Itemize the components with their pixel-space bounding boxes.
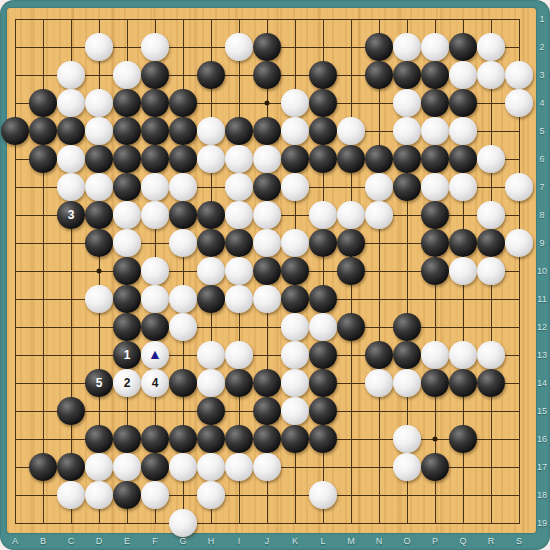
black-stone[interactable] — [281, 145, 309, 173]
star-point — [433, 437, 438, 442]
black-stone[interactable] — [477, 369, 505, 397]
black-stone[interactable] — [393, 173, 421, 201]
white-stone[interactable]: ▲ — [141, 341, 169, 369]
black-stone[interactable] — [365, 61, 393, 89]
white-stone[interactable] — [393, 117, 421, 145]
white-stone[interactable] — [141, 285, 169, 313]
row-label: 11 — [537, 294, 546, 304]
black-stone[interactable] — [85, 425, 113, 453]
black-stone[interactable] — [309, 285, 337, 313]
white-stone[interactable] — [309, 201, 337, 229]
white-stone[interactable] — [85, 481, 113, 509]
white-stone[interactable] — [281, 229, 309, 257]
white-stone[interactable] — [393, 425, 421, 453]
white-stone[interactable] — [141, 201, 169, 229]
black-stone[interactable] — [253, 425, 281, 453]
black-stone[interactable] — [281, 425, 309, 453]
white-stone[interactable] — [365, 201, 393, 229]
white-stone[interactable] — [57, 61, 85, 89]
black-stone[interactable]: 5 — [85, 369, 113, 397]
row-label: 7 — [539, 182, 544, 192]
black-stone[interactable] — [113, 285, 141, 313]
row-label: 15 — [537, 406, 547, 416]
black-stone[interactable] — [253, 117, 281, 145]
move-number-label: 2 — [124, 377, 131, 389]
white-stone[interactable] — [225, 33, 253, 61]
white-stone[interactable] — [337, 201, 365, 229]
white-stone[interactable] — [477, 61, 505, 89]
column-label: E — [124, 536, 130, 546]
column-label: M — [347, 536, 355, 546]
row-label: 19 — [537, 518, 547, 528]
black-stone[interactable] — [309, 145, 337, 173]
white-stone[interactable] — [505, 89, 533, 117]
white-stone[interactable] — [309, 481, 337, 509]
white-stone[interactable] — [113, 229, 141, 257]
move-number-label: 3 — [68, 209, 75, 221]
white-stone[interactable] — [197, 481, 225, 509]
black-stone[interactable] — [449, 145, 477, 173]
black-stone[interactable] — [421, 61, 449, 89]
column-label: L — [320, 536, 325, 546]
black-stone[interactable] — [421, 89, 449, 117]
black-stone[interactable] — [113, 257, 141, 285]
white-stone[interactable] — [169, 313, 197, 341]
grid-line-horizontal — [15, 523, 520, 524]
white-stone[interactable] — [169, 229, 197, 257]
grid-line-vertical — [379, 19, 380, 524]
black-stone[interactable] — [449, 229, 477, 257]
black-stone[interactable] — [113, 145, 141, 173]
white-stone[interactable] — [85, 89, 113, 117]
black-stone[interactable] — [113, 89, 141, 117]
white-stone[interactable] — [253, 285, 281, 313]
black-stone[interactable] — [449, 369, 477, 397]
white-stone[interactable] — [365, 369, 393, 397]
black-stone[interactable] — [57, 397, 85, 425]
column-label: I — [238, 536, 241, 546]
white-stone[interactable] — [197, 453, 225, 481]
black-stone[interactable]: 1 — [113, 341, 141, 369]
row-label: 4 — [539, 98, 544, 108]
black-stone[interactable] — [113, 173, 141, 201]
black-stone[interactable] — [29, 453, 57, 481]
black-stone[interactable] — [309, 89, 337, 117]
white-stone[interactable] — [169, 285, 197, 313]
black-stone[interactable] — [113, 425, 141, 453]
black-stone[interactable] — [225, 229, 253, 257]
black-stone[interactable] — [393, 61, 421, 89]
black-stone[interactable] — [57, 117, 85, 145]
white-stone[interactable] — [449, 257, 477, 285]
white-stone[interactable] — [253, 201, 281, 229]
white-stone[interactable] — [197, 117, 225, 145]
black-stone[interactable] — [141, 117, 169, 145]
black-stone[interactable] — [141, 453, 169, 481]
black-stone[interactable] — [421, 201, 449, 229]
white-stone[interactable] — [85, 173, 113, 201]
white-stone[interactable] — [57, 145, 85, 173]
white-stone[interactable] — [449, 61, 477, 89]
row-label: 18 — [537, 490, 547, 500]
white-stone[interactable] — [449, 117, 477, 145]
black-stone[interactable] — [113, 117, 141, 145]
white-stone[interactable] — [477, 341, 505, 369]
row-label: 5 — [539, 126, 544, 136]
black-stone[interactable] — [225, 117, 253, 145]
column-label: F — [152, 536, 158, 546]
white-stone[interactable] — [393, 33, 421, 61]
row-label: 2 — [539, 42, 544, 52]
black-stone[interactable] — [337, 229, 365, 257]
white-stone[interactable] — [393, 89, 421, 117]
white-stone[interactable] — [57, 481, 85, 509]
black-stone[interactable] — [253, 33, 281, 61]
black-stone[interactable] — [393, 145, 421, 173]
column-label: G — [179, 536, 186, 546]
black-stone[interactable] — [477, 229, 505, 257]
white-stone[interactable] — [421, 117, 449, 145]
black-stone[interactable] — [197, 397, 225, 425]
black-stone[interactable] — [197, 285, 225, 313]
move-number-label: 4 — [152, 377, 159, 389]
black-stone[interactable] — [393, 341, 421, 369]
black-stone[interactable] — [85, 145, 113, 173]
white-stone[interactable] — [141, 257, 169, 285]
black-stone[interactable] — [169, 201, 197, 229]
white-stone[interactable] — [421, 173, 449, 201]
black-stone[interactable] — [169, 145, 197, 173]
white-stone[interactable] — [477, 201, 505, 229]
column-label: K — [292, 536, 298, 546]
move-number-label: 5 — [96, 377, 103, 389]
column-label: S — [516, 536, 522, 546]
black-stone[interactable] — [29, 145, 57, 173]
black-stone[interactable] — [253, 173, 281, 201]
black-stone[interactable] — [85, 229, 113, 257]
row-label: 10 — [537, 266, 547, 276]
row-label: 9 — [539, 238, 544, 248]
column-label: H — [208, 536, 215, 546]
white-stone[interactable] — [225, 257, 253, 285]
column-label: Q — [459, 536, 466, 546]
black-stone[interactable] — [253, 61, 281, 89]
row-label: 8 — [539, 210, 544, 220]
black-stone[interactable] — [1, 117, 29, 145]
white-stone[interactable] — [449, 173, 477, 201]
black-stone[interactable] — [169, 117, 197, 145]
column-label: C — [68, 536, 75, 546]
white-stone[interactable] — [197, 369, 225, 397]
white-stone[interactable]: 2 — [113, 369, 141, 397]
white-stone[interactable] — [505, 173, 533, 201]
black-stone[interactable] — [141, 313, 169, 341]
black-stone[interactable] — [169, 89, 197, 117]
black-stone[interactable] — [169, 369, 197, 397]
black-stone[interactable] — [29, 89, 57, 117]
black-stone[interactable] — [225, 369, 253, 397]
black-stone[interactable] — [225, 425, 253, 453]
black-stone[interactable] — [29, 117, 57, 145]
white-stone[interactable] — [197, 257, 225, 285]
column-label: N — [376, 536, 383, 546]
white-stone[interactable] — [57, 173, 85, 201]
white-stone[interactable] — [505, 229, 533, 257]
black-stone[interactable] — [421, 229, 449, 257]
black-stone[interactable] — [197, 61, 225, 89]
white-stone[interactable] — [225, 453, 253, 481]
black-stone[interactable] — [113, 481, 141, 509]
white-stone[interactable] — [253, 229, 281, 257]
column-label: O — [403, 536, 410, 546]
black-stone[interactable] — [309, 341, 337, 369]
column-label: P — [432, 536, 438, 546]
black-stone[interactable] — [141, 145, 169, 173]
white-stone[interactable] — [253, 453, 281, 481]
black-stone[interactable] — [309, 61, 337, 89]
white-stone[interactable] — [141, 481, 169, 509]
black-stone[interactable] — [141, 89, 169, 117]
white-stone[interactable] — [141, 173, 169, 201]
white-stone[interactable] — [141, 33, 169, 61]
black-stone[interactable] — [253, 369, 281, 397]
white-stone[interactable] — [337, 117, 365, 145]
white-stone[interactable] — [281, 397, 309, 425]
black-stone[interactable] — [449, 89, 477, 117]
black-stone[interactable] — [85, 201, 113, 229]
row-label: 3 — [539, 70, 544, 80]
row-label: 16 — [537, 434, 547, 444]
black-stone[interactable] — [253, 257, 281, 285]
black-stone[interactable] — [309, 369, 337, 397]
row-label: 12 — [537, 322, 547, 332]
black-stone[interactable] — [393, 313, 421, 341]
row-label: 13 — [537, 350, 547, 360]
white-stone[interactable] — [225, 341, 253, 369]
white-stone[interactable] — [169, 173, 197, 201]
black-stone[interactable] — [309, 229, 337, 257]
white-stone[interactable] — [85, 33, 113, 61]
white-stone[interactable] — [85, 117, 113, 145]
white-stone[interactable] — [113, 453, 141, 481]
black-stone[interactable] — [309, 425, 337, 453]
white-stone[interactable] — [281, 173, 309, 201]
black-stone[interactable] — [169, 425, 197, 453]
black-stone[interactable] — [113, 313, 141, 341]
column-label: A — [12, 536, 18, 546]
black-stone[interactable] — [197, 201, 225, 229]
grid-line-horizontal — [15, 327, 520, 328]
white-stone[interactable] — [281, 313, 309, 341]
black-stone[interactable] — [337, 257, 365, 285]
white-stone[interactable] — [309, 313, 337, 341]
black-stone[interactable] — [309, 397, 337, 425]
column-label: D — [96, 536, 103, 546]
white-stone[interactable] — [393, 369, 421, 397]
white-stone[interactable] — [169, 453, 197, 481]
white-stone[interactable] — [421, 341, 449, 369]
black-stone[interactable] — [281, 257, 309, 285]
black-stone[interactable] — [365, 341, 393, 369]
white-stone[interactable] — [449, 341, 477, 369]
white-stone[interactable] — [505, 61, 533, 89]
star-point — [97, 269, 102, 274]
row-label: 6 — [539, 154, 544, 164]
white-stone[interactable] — [421, 33, 449, 61]
white-stone[interactable] — [365, 173, 393, 201]
black-stone[interactable] — [449, 33, 477, 61]
black-stone[interactable] — [421, 257, 449, 285]
white-stone[interactable] — [253, 145, 281, 173]
white-stone[interactable] — [477, 33, 505, 61]
white-stone[interactable]: 4 — [141, 369, 169, 397]
black-stone[interactable] — [449, 425, 477, 453]
black-stone[interactable] — [141, 61, 169, 89]
white-stone[interactable] — [477, 257, 505, 285]
white-stone[interactable] — [113, 61, 141, 89]
black-stone[interactable]: 3 — [57, 201, 85, 229]
white-stone[interactable] — [169, 509, 197, 537]
black-stone[interactable] — [421, 369, 449, 397]
black-stone[interactable] — [337, 313, 365, 341]
white-stone[interactable] — [85, 285, 113, 313]
white-stone[interactable] — [85, 453, 113, 481]
white-stone[interactable] — [225, 173, 253, 201]
black-stone[interactable] — [421, 453, 449, 481]
white-stone[interactable] — [225, 285, 253, 313]
black-stone[interactable] — [197, 425, 225, 453]
row-label: 14 — [537, 378, 547, 388]
white-stone[interactable] — [281, 117, 309, 145]
white-stone[interactable] — [57, 89, 85, 117]
black-stone[interactable] — [365, 33, 393, 61]
black-stone[interactable] — [309, 117, 337, 145]
black-stone[interactable] — [365, 145, 393, 173]
column-label: R — [488, 536, 495, 546]
black-stone[interactable] — [253, 397, 281, 425]
row-label: 1 — [539, 14, 544, 24]
white-stone[interactable] — [197, 341, 225, 369]
white-stone[interactable] — [225, 145, 253, 173]
white-stone[interactable] — [477, 145, 505, 173]
column-label: B — [40, 536, 46, 546]
triangle-marker: ▲ — [148, 347, 162, 361]
column-label: J — [265, 536, 270, 546]
row-label: 17 — [537, 462, 547, 472]
move-number-label: 1 — [124, 349, 131, 361]
white-stone[interactable] — [197, 145, 225, 173]
black-stone[interactable] — [281, 285, 309, 313]
star-point — [265, 101, 270, 106]
white-stone[interactable] — [281, 369, 309, 397]
white-stone[interactable] — [113, 201, 141, 229]
black-stone[interactable] — [337, 145, 365, 173]
white-stone[interactable] — [281, 341, 309, 369]
go-diagram-frame: 31▲524 ABCDEFGHIJKLMNOPQRS12345678910111… — [0, 0, 550, 550]
black-stone[interactable] — [141, 425, 169, 453]
black-stone[interactable] — [421, 145, 449, 173]
white-stone[interactable] — [393, 453, 421, 481]
white-stone[interactable] — [281, 89, 309, 117]
white-stone[interactable] — [225, 201, 253, 229]
black-stone[interactable] — [197, 229, 225, 257]
black-stone[interactable] — [57, 453, 85, 481]
goban[interactable]: 31▲524 — [7, 8, 536, 533]
